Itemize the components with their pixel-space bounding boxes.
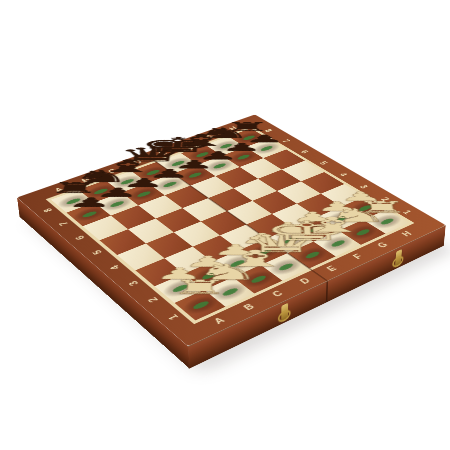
black-pawn-icon: ♟: [66, 197, 114, 209]
square-a4[interactable]: [117, 243, 164, 270]
black-rook-icon: ♜: [46, 181, 102, 195]
brass-hook-latch-right: [395, 249, 402, 266]
chess-set-photo: AABBCCDDEEFFGGHH8877665544332211 ♜♞♝♛♚♝♞…: [0, 0, 450, 450]
square-a6[interactable]: [83, 216, 128, 241]
brass-hook-latch-left: [281, 303, 288, 321]
rank-label-left-8: 8: [38, 204, 58, 216]
square-c5[interactable]: [156, 208, 201, 232]
board-perspective-wrapper: AABBCCDDEEFFGGHH8877665544332211 ♜♞♝♛♚♝♞…: [74, 58, 381, 365]
square-e1[interactable]: [288, 242, 336, 269]
square-c2[interactable]: [212, 250, 260, 277]
square-a5[interactable]: [100, 229, 146, 255]
square-b2[interactable]: [184, 262, 233, 290]
square-b4[interactable]: [146, 232, 193, 258]
fold-seam-side: [326, 281, 328, 303]
square-c4[interactable]: [174, 221, 220, 246]
square-b5[interactable]: [128, 219, 174, 244]
chess-board: AABBCCDDEEFFGGHH8877665544332211 ♜♞♝♛♚♝♞…: [17, 114, 446, 346]
square-a2[interactable]: [155, 274, 205, 303]
square-c3[interactable]: [193, 235, 240, 261]
square-d2[interactable]: [240, 239, 288, 265]
square-d1[interactable]: [261, 253, 310, 281]
square-a1[interactable]: [175, 290, 226, 321]
square-b1[interactable]: [204, 277, 254, 307]
square-c1[interactable]: [233, 265, 282, 294]
square-b3[interactable]: [165, 247, 213, 274]
square-a3[interactable]: [135, 258, 184, 286]
